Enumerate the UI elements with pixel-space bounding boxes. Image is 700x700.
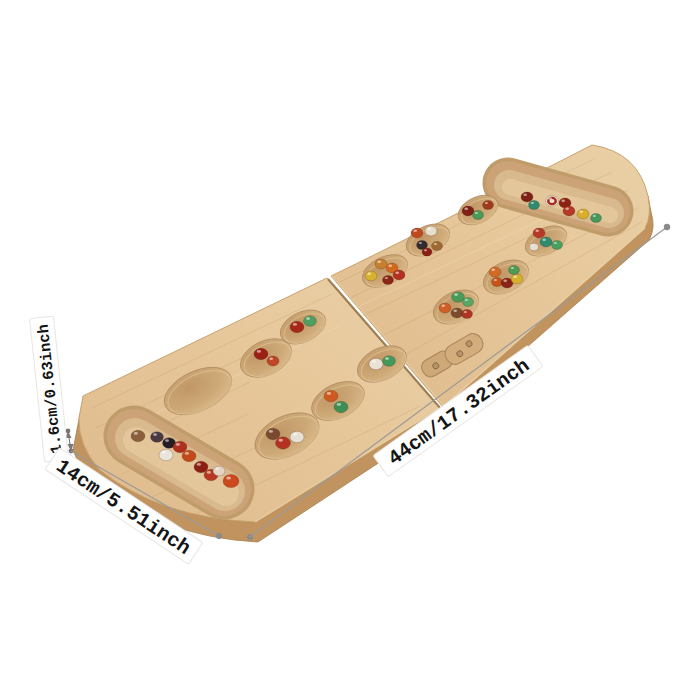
stone — [563, 206, 575, 216]
stone — [266, 428, 280, 439]
stone-highlight — [464, 208, 468, 210]
stone-highlight — [413, 230, 417, 232]
gem-stone — [223, 474, 239, 487]
gem-stone — [462, 309, 473, 318]
gem-stone — [365, 271, 377, 281]
stone — [483, 200, 494, 209]
gem-stone — [159, 449, 173, 460]
stone-highlight — [531, 244, 534, 246]
stone-highlight — [185, 452, 189, 455]
stone-highlight — [454, 293, 458, 296]
stone — [276, 437, 291, 449]
stone — [254, 348, 268, 359]
stone-highlight — [465, 299, 468, 301]
gem-stone — [439, 303, 451, 313]
stone-highlight — [377, 261, 381, 263]
stone — [290, 431, 304, 442]
mancala-board-graphic: 1.6cm/0.63inch 14cm/5.51inch 44cm/17.32i… — [0, 0, 700, 700]
stone-highlight — [542, 239, 546, 241]
stone — [540, 237, 552, 247]
stone-highlight — [453, 310, 457, 312]
stone-highlight — [475, 212, 478, 214]
stone — [383, 356, 396, 367]
stone-highlight — [337, 403, 341, 406]
stone-highlight — [579, 211, 583, 213]
stone-highlight — [561, 200, 565, 202]
stone — [577, 209, 589, 219]
stone-highlight — [531, 202, 534, 204]
gem-stone — [533, 228, 545, 238]
stone — [223, 474, 239, 487]
gem-stone — [276, 437, 291, 449]
stone-highlight — [385, 277, 388, 279]
stone-highlight — [176, 443, 180, 446]
stone — [425, 226, 437, 236]
stone-highlight — [269, 358, 273, 360]
stone-highlight — [367, 273, 371, 275]
stone — [591, 213, 602, 222]
stone-highlight — [419, 242, 422, 244]
stone — [546, 196, 559, 207]
stone-highlight — [548, 197, 552, 200]
stone — [422, 248, 432, 256]
stone — [393, 270, 405, 280]
gem-stone — [425, 226, 437, 236]
gem-stone — [304, 316, 317, 327]
stone-highlight — [388, 265, 392, 267]
gem-stone — [530, 243, 539, 250]
stone-highlight — [279, 439, 284, 442]
gem-stone — [151, 432, 164, 443]
gem-stone — [411, 228, 423, 238]
stone — [451, 308, 463, 318]
stone — [151, 432, 164, 443]
gem-stone — [393, 270, 405, 280]
stone-highlight — [424, 249, 427, 251]
stone — [432, 241, 443, 250]
stone — [521, 192, 533, 202]
gem-stone — [266, 428, 280, 439]
stone-highlight — [385, 357, 389, 360]
gem-stone — [451, 308, 463, 318]
stone — [159, 449, 173, 460]
stone — [369, 358, 383, 369]
stone-highlight — [491, 269, 495, 271]
gem-stone — [422, 248, 432, 256]
stone-highlight — [535, 230, 539, 232]
stone-highlight — [513, 276, 517, 278]
gem-stone — [324, 390, 338, 401]
gem-stone — [383, 275, 394, 284]
thickness-dimension-label: 1.6cm/0.63inch — [30, 316, 69, 462]
stone-highlight — [503, 280, 507, 282]
gem-stone — [552, 240, 563, 249]
stone-highlight — [523, 194, 527, 196]
stone-highlight — [565, 208, 569, 210]
gem-stone — [334, 401, 348, 412]
gem-stone — [182, 450, 196, 461]
gem-stone — [509, 265, 520, 274]
gem-stone — [290, 431, 304, 442]
stone — [489, 267, 501, 277]
gem-stone — [483, 200, 494, 209]
stone — [529, 200, 540, 209]
stone-highlight — [293, 323, 297, 326]
stone-highlight — [395, 272, 399, 274]
gem-stone — [529, 200, 540, 209]
stone — [324, 390, 338, 401]
stone — [365, 271, 377, 281]
gem-stone — [375, 259, 387, 269]
stone — [509, 265, 520, 274]
gem-stone — [432, 241, 443, 250]
gem-stone — [577, 209, 589, 219]
stone — [462, 206, 474, 216]
stone-highlight — [372, 360, 376, 363]
stone-highlight — [434, 243, 437, 245]
stone-highlight — [511, 267, 514, 269]
stone — [463, 297, 474, 306]
gem-stone — [521, 192, 533, 202]
stone — [439, 303, 451, 313]
gem-stone — [254, 348, 268, 359]
stone-highlight — [226, 476, 231, 479]
stone — [533, 228, 545, 238]
stone-highlight — [485, 202, 488, 204]
stone — [375, 259, 387, 269]
stone-highlight — [464, 311, 467, 313]
gem-stone — [462, 206, 474, 216]
stone — [473, 210, 484, 219]
stone — [267, 356, 279, 366]
stone — [334, 401, 348, 412]
stone-highlight — [165, 439, 169, 442]
stone — [131, 430, 145, 441]
stone-highlight — [306, 317, 310, 320]
stone-highlight — [293, 433, 297, 436]
stone-highlight — [327, 392, 331, 395]
stone — [213, 466, 225, 476]
gem-stone — [473, 210, 484, 219]
stone — [182, 450, 196, 461]
stone-highlight — [215, 468, 219, 470]
mancala-product-photo: 1.6cm/0.63inch 14cm/5.51inch 44cm/17.32i… — [0, 0, 700, 700]
gem-stone — [463, 297, 474, 306]
gem-stone — [131, 430, 145, 441]
stone-highlight — [593, 215, 596, 217]
stone — [552, 240, 563, 249]
stone-highlight — [257, 350, 261, 353]
stone-highlight — [153, 433, 157, 436]
gem-stone — [563, 206, 575, 216]
gem-stone — [213, 466, 225, 476]
stone — [411, 228, 423, 238]
stone-highlight — [207, 471, 211, 474]
stone-highlight — [197, 463, 201, 466]
stone — [511, 274, 523, 284]
stone — [290, 321, 304, 332]
stone-highlight — [494, 279, 497, 281]
gem-stone — [511, 274, 523, 284]
stone-highlight — [441, 305, 445, 307]
stone — [304, 316, 317, 327]
stone — [383, 275, 394, 284]
gem-stone — [540, 237, 552, 247]
stone — [462, 309, 473, 318]
stone — [530, 243, 539, 250]
gem-stone — [369, 358, 383, 369]
gem-stone — [591, 213, 602, 222]
stone-highlight — [269, 430, 273, 433]
gem-stone — [489, 267, 501, 277]
gem-stone — [290, 321, 304, 332]
stone-highlight — [134, 432, 138, 435]
stone-highlight — [554, 242, 557, 244]
gem-stone — [383, 356, 396, 367]
stone-highlight — [427, 228, 431, 230]
gem-stone — [267, 356, 279, 366]
stone-highlight — [162, 451, 166, 454]
